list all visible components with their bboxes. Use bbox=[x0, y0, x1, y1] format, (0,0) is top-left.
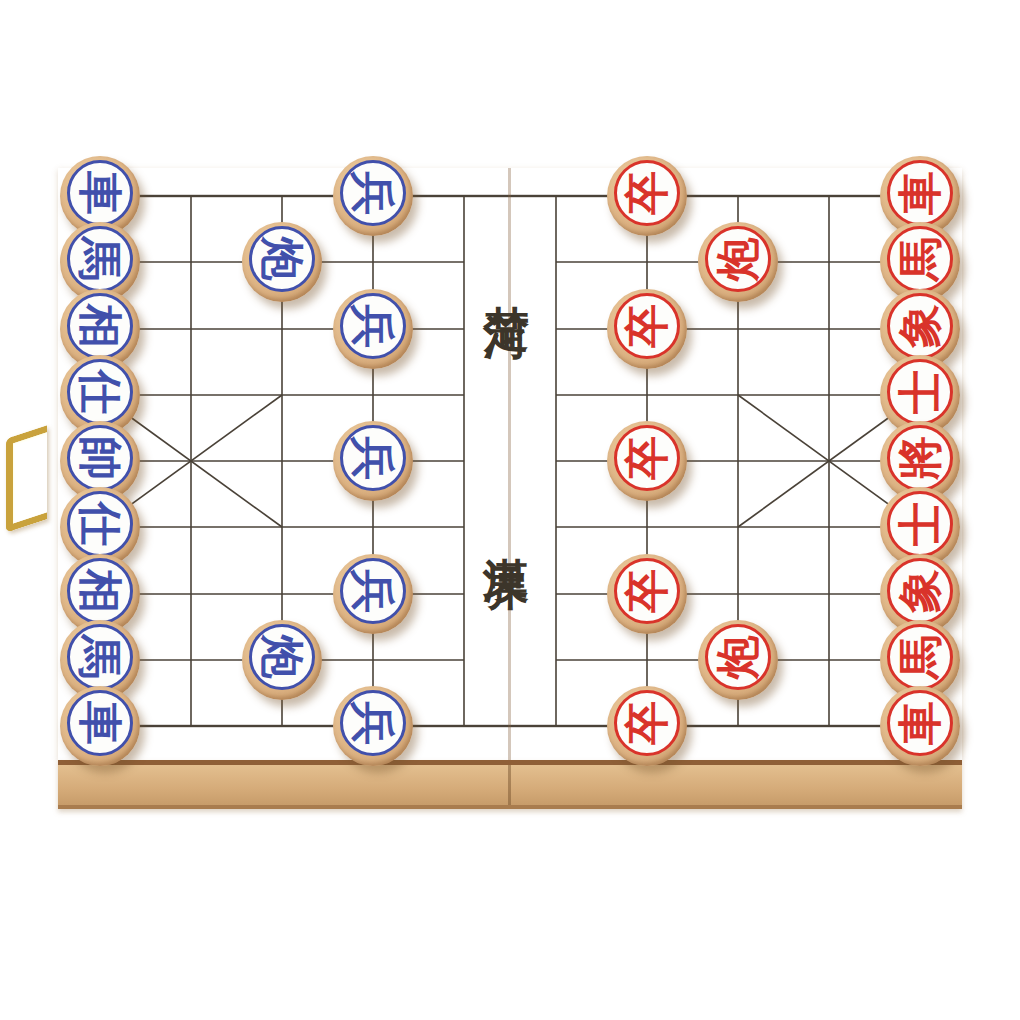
piece-red-soldier[interactable]: 卒 bbox=[607, 554, 687, 634]
piece-character: 馬 bbox=[898, 237, 942, 281]
piece-face: 炮 bbox=[705, 226, 771, 292]
piece-face: 卒 bbox=[614, 160, 680, 226]
piece-character: 相 bbox=[78, 569, 122, 613]
piece-red-chariot[interactable]: 車 bbox=[880, 686, 960, 766]
piece-face: 炮 bbox=[249, 226, 315, 292]
piece-face: 馬 bbox=[67, 226, 133, 292]
piece-face: 馬 bbox=[67, 624, 133, 690]
piece-blue-soldier[interactable]: 兵 bbox=[333, 686, 413, 766]
box-front-seam bbox=[508, 765, 511, 805]
piece-face: 象 bbox=[887, 558, 953, 624]
piece-face: 兵 bbox=[340, 425, 406, 491]
piece-red-soldier[interactable]: 卒 bbox=[607, 289, 687, 369]
piece-face: 兵 bbox=[340, 558, 406, 624]
piece-blue-chariot[interactable]: 車 bbox=[60, 686, 140, 766]
piece-character: 炮 bbox=[716, 237, 760, 281]
piece-character: 馬 bbox=[898, 635, 942, 679]
xiangqi-board: 楚河 漢界 車馬相仕帥仕相馬車炮炮兵兵兵兵兵卒卒卒卒卒炮炮車馬象士將士象馬車 bbox=[58, 168, 962, 809]
piece-face: 兵 bbox=[340, 293, 406, 359]
board-surface: 楚河 漢界 車馬相仕帥仕相馬車炮炮兵兵兵兵兵卒卒卒卒卒炮炮車馬象士將士象馬車 bbox=[58, 168, 962, 760]
brass-latch bbox=[6, 425, 47, 532]
piece-blue-soldier[interactable]: 兵 bbox=[333, 156, 413, 236]
piece-character: 馬 bbox=[78, 635, 122, 679]
box-front-face bbox=[58, 760, 962, 809]
piece-face: 相 bbox=[67, 293, 133, 359]
piece-character: 炮 bbox=[260, 635, 304, 679]
piece-character: 車 bbox=[898, 171, 942, 215]
piece-red-soldier[interactable]: 卒 bbox=[607, 686, 687, 766]
piece-character: 將 bbox=[898, 436, 942, 480]
piece-red-soldier[interactable]: 卒 bbox=[607, 156, 687, 236]
piece-face: 帥 bbox=[67, 425, 133, 491]
piece-character: 炮 bbox=[260, 237, 304, 281]
piece-face: 馬 bbox=[887, 226, 953, 292]
piece-face: 象 bbox=[887, 293, 953, 359]
piece-blue-cannon[interactable]: 炮 bbox=[242, 620, 322, 700]
piece-face: 仕 bbox=[67, 491, 133, 557]
piece-face: 卒 bbox=[614, 425, 680, 491]
piece-face: 卒 bbox=[614, 558, 680, 624]
piece-face: 兵 bbox=[340, 690, 406, 756]
piece-character: 兵 bbox=[351, 569, 395, 613]
piece-character: 卒 bbox=[625, 304, 669, 348]
piece-blue-cannon[interactable]: 炮 bbox=[242, 222, 322, 302]
piece-character: 象 bbox=[898, 304, 942, 348]
piece-character: 兵 bbox=[351, 171, 395, 215]
piece-face: 車 bbox=[67, 690, 133, 756]
piece-character: 帥 bbox=[78, 436, 122, 480]
piece-red-soldier[interactable]: 卒 bbox=[607, 421, 687, 501]
piece-face: 仕 bbox=[67, 359, 133, 425]
piece-face: 卒 bbox=[614, 690, 680, 756]
piece-red-cannon[interactable]: 炮 bbox=[698, 222, 778, 302]
piece-face: 車 bbox=[887, 160, 953, 226]
piece-face: 將 bbox=[887, 425, 953, 491]
piece-character: 車 bbox=[898, 701, 942, 745]
piece-face: 相 bbox=[67, 558, 133, 624]
piece-character: 車 bbox=[78, 701, 122, 745]
piece-character: 象 bbox=[898, 569, 942, 613]
piece-character: 仕 bbox=[78, 502, 122, 546]
photo-scene: 楚河 漢界 車馬相仕帥仕相馬車炮炮兵兵兵兵兵卒卒卒卒卒炮炮車馬象士將士象馬車 bbox=[0, 0, 1020, 1020]
piece-face: 士 bbox=[887, 491, 953, 557]
piece-face: 士 bbox=[887, 359, 953, 425]
piece-face: 卒 bbox=[614, 293, 680, 359]
piece-character: 士 bbox=[898, 502, 942, 546]
piece-character: 兵 bbox=[351, 304, 395, 348]
piece-character: 仕 bbox=[78, 370, 122, 414]
piece-face: 車 bbox=[887, 690, 953, 756]
piece-character: 兵 bbox=[351, 436, 395, 480]
piece-face: 炮 bbox=[249, 624, 315, 690]
pieces-layer: 車馬相仕帥仕相馬車炮炮兵兵兵兵兵卒卒卒卒卒炮炮車馬象士將士象馬車 bbox=[58, 168, 962, 760]
piece-red-cannon[interactable]: 炮 bbox=[698, 620, 778, 700]
piece-blue-soldier[interactable]: 兵 bbox=[333, 554, 413, 634]
piece-character: 卒 bbox=[625, 569, 669, 613]
piece-character: 卒 bbox=[625, 436, 669, 480]
piece-blue-soldier[interactable]: 兵 bbox=[333, 289, 413, 369]
piece-character: 卒 bbox=[625, 701, 669, 745]
piece-character: 士 bbox=[898, 370, 942, 414]
piece-face: 馬 bbox=[887, 624, 953, 690]
piece-face: 炮 bbox=[705, 624, 771, 690]
piece-character: 相 bbox=[78, 304, 122, 348]
piece-character: 卒 bbox=[625, 171, 669, 215]
piece-face: 兵 bbox=[340, 160, 406, 226]
piece-blue-soldier[interactable]: 兵 bbox=[333, 421, 413, 501]
piece-face: 車 bbox=[67, 160, 133, 226]
piece-character: 兵 bbox=[351, 701, 395, 745]
piece-character: 車 bbox=[78, 171, 122, 215]
piece-character: 馬 bbox=[78, 237, 122, 281]
piece-character: 炮 bbox=[716, 635, 760, 679]
